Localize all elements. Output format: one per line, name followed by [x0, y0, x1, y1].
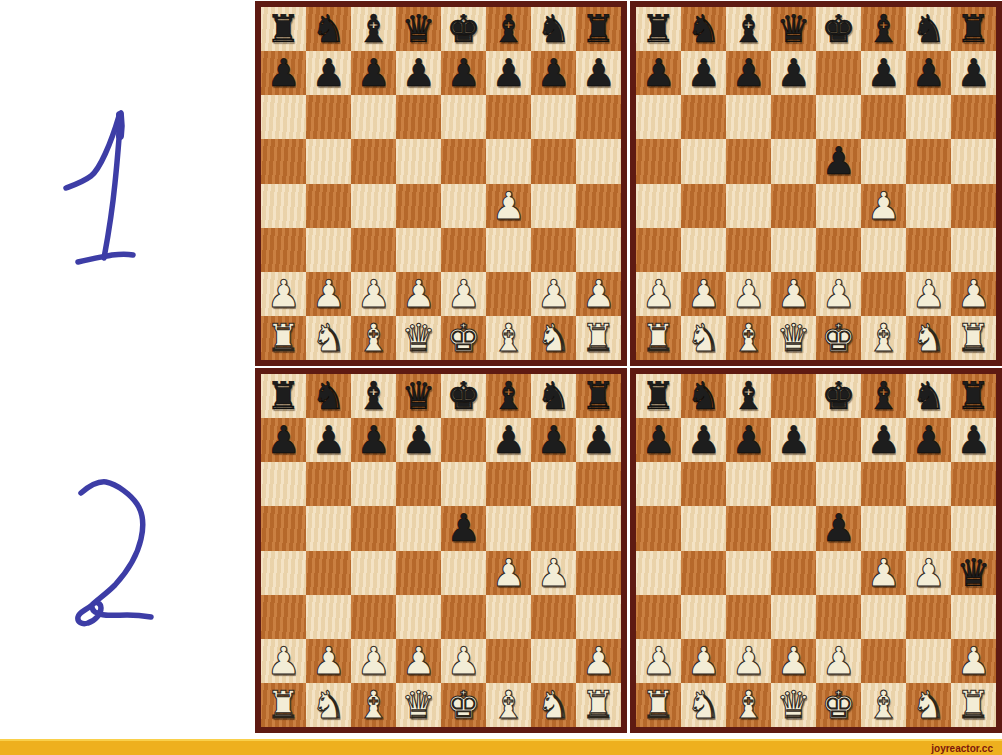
square-d1[interactable]: ♛ [771, 316, 816, 360]
square-d4[interactable] [771, 551, 816, 595]
square-f8[interactable]: ♝ [861, 374, 906, 418]
square-h7[interactable]: ♟ [951, 418, 996, 462]
square-b3[interactable] [681, 228, 726, 272]
square-f4[interactable]: ♟ [861, 551, 906, 595]
square-b3[interactable] [306, 595, 351, 639]
square-c4[interactable] [726, 184, 771, 228]
square-g5[interactable] [906, 506, 951, 550]
square-b7[interactable]: ♟ [306, 51, 351, 95]
white-bishop: ♝ [731, 319, 765, 357]
square-c6[interactable] [351, 95, 396, 139]
square-e5[interactable]: ♟ [816, 139, 861, 183]
square-b6[interactable] [681, 95, 726, 139]
square-g1[interactable]: ♞ [906, 683, 951, 727]
square-c5[interactable] [726, 506, 771, 550]
square-e6[interactable] [816, 462, 861, 506]
square-d2[interactable]: ♟ [396, 272, 441, 316]
white-pawn: ♟ [536, 275, 570, 313]
square-b2[interactable]: ♟ [306, 639, 351, 683]
square-e2[interactable]: ♟ [816, 272, 861, 316]
white-pawn: ♟ [911, 554, 945, 592]
square-f5[interactable] [861, 139, 906, 183]
white-pawn: ♟ [641, 642, 675, 680]
square-e1[interactable]: ♚ [441, 316, 486, 360]
square-b6[interactable] [306, 462, 351, 506]
square-h2[interactable]: ♟ [951, 639, 996, 683]
square-b5[interactable] [681, 139, 726, 183]
square-h7[interactable]: ♟ [576, 51, 621, 95]
white-pawn: ♟ [446, 275, 480, 313]
square-c2[interactable]: ♟ [351, 639, 396, 683]
square-h1[interactable]: ♜ [951, 316, 996, 360]
square-f6[interactable] [861, 462, 906, 506]
square-h5[interactable] [951, 506, 996, 550]
square-c6[interactable] [351, 462, 396, 506]
square-g2[interactable]: ♟ [906, 272, 951, 316]
square-d7[interactable]: ♟ [396, 51, 441, 95]
square-g8[interactable]: ♞ [531, 374, 576, 418]
black-bishop: ♝ [356, 10, 390, 48]
black-knight: ♞ [311, 10, 345, 48]
square-b4[interactable] [306, 551, 351, 595]
square-a8[interactable]: ♜ [261, 374, 306, 418]
white-queen: ♛ [776, 686, 810, 724]
square-a1[interactable]: ♜ [261, 316, 306, 360]
square-e6[interactable] [441, 462, 486, 506]
square-e4[interactable] [441, 184, 486, 228]
square-f7[interactable]: ♟ [486, 418, 531, 462]
square-c2[interactable]: ♟ [351, 272, 396, 316]
black-rook: ♜ [641, 10, 675, 48]
square-h4[interactable]: ♛ [951, 551, 996, 595]
square-g4[interactable]: ♟ [531, 551, 576, 595]
black-pawn: ♟ [956, 421, 990, 459]
square-b4[interactable] [306, 184, 351, 228]
square-f2[interactable] [486, 639, 531, 683]
square-a8[interactable]: ♜ [636, 7, 681, 51]
square-e4[interactable] [816, 551, 861, 595]
square-b2[interactable]: ♟ [681, 639, 726, 683]
square-g3[interactable] [906, 228, 951, 272]
square-g6[interactable] [531, 462, 576, 506]
square-g2[interactable] [906, 639, 951, 683]
square-a4[interactable] [261, 551, 306, 595]
square-c7[interactable]: ♟ [351, 51, 396, 95]
handwritten-move-numbers [0, 0, 255, 755]
square-g4[interactable] [531, 184, 576, 228]
square-e8[interactable]: ♚ [441, 374, 486, 418]
square-a5[interactable] [261, 506, 306, 550]
black-pawn: ♟ [686, 54, 720, 92]
square-e8[interactable]: ♚ [441, 7, 486, 51]
square-f3[interactable] [861, 595, 906, 639]
square-d5[interactable] [396, 139, 441, 183]
square-f1[interactable]: ♝ [861, 683, 906, 727]
square-d6[interactable] [396, 462, 441, 506]
square-c7[interactable]: ♟ [726, 418, 771, 462]
square-g1[interactable]: ♞ [531, 316, 576, 360]
square-h2[interactable]: ♟ [951, 272, 996, 316]
square-b5[interactable] [681, 506, 726, 550]
square-c3[interactable] [726, 228, 771, 272]
square-f5[interactable] [486, 139, 531, 183]
square-a1[interactable]: ♜ [636, 683, 681, 727]
square-a3[interactable] [636, 595, 681, 639]
square-g4[interactable] [906, 184, 951, 228]
square-f2[interactable] [486, 272, 531, 316]
square-d4[interactable] [396, 184, 441, 228]
square-f8[interactable]: ♝ [486, 374, 531, 418]
square-g3[interactable] [906, 595, 951, 639]
square-g8[interactable]: ♞ [531, 7, 576, 51]
white-pawn: ♟ [686, 642, 720, 680]
square-e3[interactable] [441, 595, 486, 639]
square-a8[interactable]: ♜ [261, 7, 306, 51]
square-d7[interactable]: ♟ [396, 418, 441, 462]
square-d8[interactable]: ♛ [396, 374, 441, 418]
square-e7[interactable] [816, 418, 861, 462]
square-c4[interactable] [351, 551, 396, 595]
square-c4[interactable] [351, 184, 396, 228]
square-h3[interactable] [951, 595, 996, 639]
square-a4[interactable] [636, 551, 681, 595]
square-b5[interactable] [306, 139, 351, 183]
square-b8[interactable]: ♞ [681, 7, 726, 51]
square-g3[interactable] [531, 595, 576, 639]
square-b8[interactable]: ♞ [681, 374, 726, 418]
square-h1[interactable]: ♜ [576, 316, 621, 360]
square-d2[interactable]: ♟ [771, 272, 816, 316]
square-a3[interactable] [636, 228, 681, 272]
square-e7[interactable]: ♟ [441, 51, 486, 95]
square-e7[interactable] [441, 418, 486, 462]
square-c4[interactable] [726, 551, 771, 595]
square-c6[interactable] [726, 462, 771, 506]
square-c8[interactable]: ♝ [351, 374, 396, 418]
square-f7[interactable]: ♟ [861, 418, 906, 462]
square-b4[interactable] [681, 551, 726, 595]
white-knight: ♞ [311, 686, 345, 724]
square-d8[interactable]: ♛ [771, 7, 816, 51]
square-g7[interactable]: ♟ [906, 51, 951, 95]
square-a6[interactable] [636, 462, 681, 506]
square-b6[interactable] [681, 462, 726, 506]
black-pawn: ♟ [401, 54, 435, 92]
square-e8[interactable]: ♚ [816, 7, 861, 51]
square-c5[interactable] [726, 139, 771, 183]
square-c2[interactable]: ♟ [726, 639, 771, 683]
square-h2[interactable]: ♟ [576, 272, 621, 316]
square-d3[interactable] [771, 228, 816, 272]
square-c3[interactable] [726, 595, 771, 639]
square-h6[interactable] [576, 95, 621, 139]
black-pawn: ♟ [866, 54, 900, 92]
square-g3[interactable] [531, 228, 576, 272]
black-pawn: ♟ [311, 421, 345, 459]
square-a3[interactable] [261, 595, 306, 639]
square-g8[interactable]: ♞ [906, 374, 951, 418]
square-a5[interactable] [636, 139, 681, 183]
white-pawn: ♟ [776, 642, 810, 680]
white-king: ♚ [446, 319, 480, 357]
white-pawn: ♟ [956, 642, 990, 680]
white-rook: ♜ [641, 319, 675, 357]
square-f7[interactable]: ♟ [861, 51, 906, 95]
black-queen: ♛ [776, 10, 810, 48]
white-bishop: ♝ [866, 686, 900, 724]
square-f6[interactable] [486, 462, 531, 506]
square-h8[interactable]: ♜ [951, 7, 996, 51]
square-f5[interactable] [486, 506, 531, 550]
square-b8[interactable]: ♞ [306, 7, 351, 51]
square-e3[interactable] [441, 228, 486, 272]
square-a6[interactable] [261, 462, 306, 506]
square-f3[interactable] [486, 595, 531, 639]
square-h6[interactable] [951, 95, 996, 139]
square-d4[interactable] [771, 184, 816, 228]
square-a3[interactable] [261, 228, 306, 272]
square-f6[interactable] [486, 95, 531, 139]
black-queen: ♛ [956, 554, 990, 592]
black-knight: ♞ [311, 377, 345, 415]
square-b2[interactable]: ♟ [681, 272, 726, 316]
square-a7[interactable]: ♟ [636, 418, 681, 462]
square-e3[interactable] [816, 228, 861, 272]
square-d6[interactable] [396, 95, 441, 139]
square-f7[interactable]: ♟ [486, 51, 531, 95]
square-d7[interactable]: ♟ [771, 418, 816, 462]
square-b2[interactable]: ♟ [306, 272, 351, 316]
square-h5[interactable] [951, 139, 996, 183]
square-b7[interactable]: ♟ [681, 51, 726, 95]
square-e3[interactable] [816, 595, 861, 639]
square-b6[interactable] [306, 95, 351, 139]
white-pawn: ♟ [446, 642, 480, 680]
white-pawn: ♟ [866, 554, 900, 592]
square-h5[interactable] [576, 506, 621, 550]
square-a1[interactable]: ♜ [636, 316, 681, 360]
square-d7[interactable]: ♟ [771, 51, 816, 95]
square-h4[interactable] [576, 551, 621, 595]
handwritten-number-2 [78, 482, 151, 624]
square-g1[interactable]: ♞ [531, 683, 576, 727]
square-f3[interactable] [486, 228, 531, 272]
square-c1[interactable]: ♝ [351, 316, 396, 360]
square-a2[interactable]: ♟ [261, 639, 306, 683]
square-g6[interactable] [906, 95, 951, 139]
square-h5[interactable] [576, 139, 621, 183]
black-rook: ♜ [956, 377, 990, 415]
square-c3[interactable] [351, 595, 396, 639]
square-g4[interactable]: ♟ [906, 551, 951, 595]
square-c1[interactable]: ♝ [726, 683, 771, 727]
square-a5[interactable] [261, 139, 306, 183]
square-g6[interactable] [531, 95, 576, 139]
square-g1[interactable]: ♞ [906, 316, 951, 360]
white-knight: ♞ [536, 319, 570, 357]
square-c5[interactable] [351, 139, 396, 183]
square-d1[interactable]: ♛ [396, 316, 441, 360]
square-f5[interactable] [861, 506, 906, 550]
square-h8[interactable]: ♜ [576, 374, 621, 418]
square-f8[interactable]: ♝ [861, 7, 906, 51]
square-g7[interactable]: ♟ [906, 418, 951, 462]
square-f4[interactable]: ♟ [486, 551, 531, 595]
square-c6[interactable] [726, 95, 771, 139]
square-h6[interactable] [951, 462, 996, 506]
square-g7[interactable]: ♟ [531, 51, 576, 95]
square-h7[interactable]: ♟ [576, 418, 621, 462]
square-a4[interactable] [636, 184, 681, 228]
square-c3[interactable] [351, 228, 396, 272]
square-b3[interactable] [681, 595, 726, 639]
square-a7[interactable]: ♟ [261, 418, 306, 462]
square-h3[interactable] [576, 595, 621, 639]
white-pawn: ♟ [356, 642, 390, 680]
black-rook: ♜ [581, 377, 615, 415]
square-a6[interactable] [261, 95, 306, 139]
square-a4[interactable] [261, 184, 306, 228]
square-b7[interactable]: ♟ [306, 418, 351, 462]
square-d8[interactable] [771, 374, 816, 418]
white-pawn: ♟ [731, 275, 765, 313]
square-h6[interactable] [576, 462, 621, 506]
square-g8[interactable]: ♞ [906, 7, 951, 51]
square-h2[interactable]: ♟ [576, 639, 621, 683]
square-d5[interactable] [771, 139, 816, 183]
square-e6[interactable] [816, 95, 861, 139]
square-f1[interactable]: ♝ [486, 683, 531, 727]
square-e6[interactable] [441, 95, 486, 139]
square-a6[interactable] [636, 95, 681, 139]
square-e8[interactable]: ♚ [816, 374, 861, 418]
square-d8[interactable]: ♛ [396, 7, 441, 51]
square-g7[interactable]: ♟ [531, 418, 576, 462]
square-a2[interactable]: ♟ [261, 272, 306, 316]
square-d6[interactable] [771, 462, 816, 506]
square-h1[interactable]: ♜ [576, 683, 621, 727]
square-b4[interactable] [681, 184, 726, 228]
square-b1[interactable]: ♞ [306, 316, 351, 360]
square-h8[interactable]: ♜ [576, 7, 621, 51]
square-c8[interactable]: ♝ [726, 7, 771, 51]
black-knight: ♞ [911, 377, 945, 415]
square-f6[interactable] [861, 95, 906, 139]
square-f3[interactable] [861, 228, 906, 272]
square-c7[interactable]: ♟ [351, 418, 396, 462]
square-b1[interactable]: ♞ [681, 683, 726, 727]
square-f4[interactable]: ♟ [861, 184, 906, 228]
square-d5[interactable] [396, 506, 441, 550]
square-f8[interactable]: ♝ [486, 7, 531, 51]
black-pawn: ♟ [731, 54, 765, 92]
square-a2[interactable]: ♟ [636, 639, 681, 683]
square-a2[interactable]: ♟ [636, 272, 681, 316]
square-e1[interactable]: ♚ [441, 683, 486, 727]
square-d1[interactable]: ♛ [396, 683, 441, 727]
square-h1[interactable]: ♜ [951, 683, 996, 727]
square-e4[interactable] [816, 184, 861, 228]
square-e2[interactable]: ♟ [441, 272, 486, 316]
square-b5[interactable] [306, 506, 351, 550]
square-g2[interactable]: ♟ [531, 272, 576, 316]
black-bishop: ♝ [491, 10, 525, 48]
square-b1[interactable]: ♞ [306, 683, 351, 727]
white-pawn: ♟ [536, 554, 570, 592]
square-e5[interactable]: ♟ [441, 506, 486, 550]
square-h3[interactable] [951, 228, 996, 272]
square-a1[interactable]: ♜ [261, 683, 306, 727]
square-g5[interactable] [906, 139, 951, 183]
square-h4[interactable] [576, 184, 621, 228]
square-a8[interactable]: ♜ [636, 374, 681, 418]
square-a7[interactable]: ♟ [261, 51, 306, 95]
square-e5[interactable] [441, 139, 486, 183]
square-c8[interactable]: ♝ [351, 7, 396, 51]
square-c2[interactable]: ♟ [726, 272, 771, 316]
square-g5[interactable] [531, 139, 576, 183]
square-b7[interactable]: ♟ [681, 418, 726, 462]
square-d2[interactable]: ♟ [396, 639, 441, 683]
square-h7[interactable]: ♟ [951, 51, 996, 95]
square-f1[interactable]: ♝ [861, 316, 906, 360]
square-h3[interactable] [576, 228, 621, 272]
square-d5[interactable] [771, 506, 816, 550]
square-e2[interactable]: ♟ [441, 639, 486, 683]
black-knight: ♞ [911, 10, 945, 48]
white-queen: ♛ [401, 686, 435, 724]
square-g6[interactable] [906, 462, 951, 506]
square-c1[interactable]: ♝ [351, 683, 396, 727]
square-c8[interactable]: ♝ [726, 374, 771, 418]
square-h8[interactable]: ♜ [951, 374, 996, 418]
black-pawn: ♟ [356, 421, 390, 459]
square-c7[interactable]: ♟ [726, 51, 771, 95]
square-e5[interactable]: ♟ [816, 506, 861, 550]
square-f2[interactable] [861, 639, 906, 683]
square-d3[interactable] [771, 595, 816, 639]
square-g2[interactable] [531, 639, 576, 683]
square-a5[interactable] [636, 506, 681, 550]
square-f4[interactable]: ♟ [486, 184, 531, 228]
square-d1[interactable]: ♛ [771, 683, 816, 727]
square-c1[interactable]: ♝ [726, 316, 771, 360]
square-e4[interactable] [441, 551, 486, 595]
square-e2[interactable]: ♟ [816, 639, 861, 683]
square-e1[interactable]: ♚ [816, 316, 861, 360]
square-d6[interactable] [771, 95, 816, 139]
square-d3[interactable] [396, 595, 441, 639]
white-pawn: ♟ [311, 275, 345, 313]
square-f2[interactable] [861, 272, 906, 316]
square-b3[interactable] [306, 228, 351, 272]
square-e1[interactable]: ♚ [816, 683, 861, 727]
square-g5[interactable] [531, 506, 576, 550]
black-pawn: ♟ [911, 54, 945, 92]
square-c5[interactable] [351, 506, 396, 550]
white-pawn: ♟ [401, 275, 435, 313]
square-e7[interactable] [816, 51, 861, 95]
square-h4[interactable] [951, 184, 996, 228]
square-f1[interactable]: ♝ [486, 316, 531, 360]
square-d4[interactable] [396, 551, 441, 595]
square-a7[interactable]: ♟ [636, 51, 681, 95]
square-b1[interactable]: ♞ [681, 316, 726, 360]
square-d3[interactable] [396, 228, 441, 272]
square-b8[interactable]: ♞ [306, 374, 351, 418]
square-d2[interactable]: ♟ [771, 639, 816, 683]
black-bishop: ♝ [866, 10, 900, 48]
